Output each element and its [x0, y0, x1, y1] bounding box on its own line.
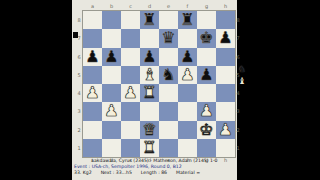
square-g1[interactable] — [197, 139, 216, 157]
square-a6[interactable]: ♟ — [83, 48, 102, 66]
square-a8[interactable] — [83, 11, 102, 29]
square-c1[interactable] — [121, 139, 140, 157]
white-pawn-h2[interactable]: ♟ — [218, 121, 232, 139]
square-f2[interactable] — [178, 121, 197, 139]
square-a7[interactable] — [83, 29, 102, 47]
white-pawn-c4[interactable]: ♟ — [123, 84, 137, 102]
coord-label: g — [197, 3, 216, 9]
square-h4[interactable] — [216, 84, 235, 102]
square-b1[interactable] — [102, 139, 121, 157]
square-b2[interactable] — [102, 121, 121, 139]
square-g6[interactable] — [197, 48, 216, 66]
players-line: Lakdawala, Cyrus (2345) - Matheson, Adam… — [72, 158, 237, 163]
coord-label: b — [102, 3, 121, 9]
white-queen-d2[interactable]: ♛ — [142, 121, 156, 139]
black-rook-d8[interactable]: ♜ — [142, 11, 156, 29]
square-f7[interactable] — [178, 29, 197, 47]
white-pawn-a4[interactable]: ♟ — [85, 84, 99, 102]
square-h3[interactable] — [216, 102, 235, 120]
square-g8[interactable] — [197, 11, 216, 29]
black-pawn-b6[interactable]: ♟ — [104, 48, 118, 66]
square-b7[interactable] — [102, 29, 121, 47]
chess-board[interactable]: ♜♜♛♚♟♟♟♟♟♝♞♟♟♟♟♜♟♟♛♚♟♜ — [82, 10, 236, 158]
square-h1[interactable] — [216, 139, 235, 157]
square-e2[interactable] — [159, 121, 178, 139]
status-line: 33. Kg2 Next : 33...h5 Length : 86 Mater… — [72, 170, 237, 175]
coord-label: a — [83, 3, 102, 9]
square-e1[interactable] — [159, 139, 178, 157]
square-f3[interactable] — [178, 102, 197, 120]
file-labels-top: abcdefgh — [83, 3, 235, 9]
black-pawn-d6[interactable]: ♟ — [142, 48, 156, 66]
square-h6[interactable] — [216, 48, 235, 66]
square-a2[interactable] — [83, 121, 102, 139]
square-d5[interactable]: ♝ — [140, 66, 159, 84]
square-b3[interactable]: ♟ — [102, 102, 121, 120]
material-label: Material = — [176, 170, 200, 175]
white-king-g2[interactable]: ♚ — [199, 121, 213, 139]
square-d1[interactable]: ♜ — [140, 139, 159, 157]
black-to-move-indicator — [73, 32, 78, 38]
square-e4[interactable] — [159, 84, 178, 102]
square-e6[interactable] — [159, 48, 178, 66]
square-a1[interactable] — [83, 139, 102, 157]
black-rook-f8[interactable]: ♜ — [180, 11, 194, 29]
black-king-g7[interactable]: ♚ — [199, 29, 213, 47]
material-tray: ♞ ♝ — [238, 64, 250, 86]
square-b4[interactable] — [102, 84, 121, 102]
square-c6[interactable] — [121, 48, 140, 66]
square-h8[interactable] — [216, 11, 235, 29]
square-f6[interactable]: ♟ — [178, 48, 197, 66]
square-d8[interactable]: ♜ — [140, 11, 159, 29]
square-b5[interactable] — [102, 66, 121, 84]
square-g2[interactable]: ♚ — [197, 121, 216, 139]
square-c5[interactable] — [121, 66, 140, 84]
next-move-label: Next : 33...h5 — [101, 170, 132, 175]
last-move-label: 33. Kg2 — [74, 170, 92, 175]
coord-label: h — [216, 3, 235, 9]
square-a5[interactable] — [83, 66, 102, 84]
square-f8[interactable]: ♜ — [178, 11, 197, 29]
square-h5[interactable] — [216, 66, 235, 84]
square-c8[interactable] — [121, 11, 140, 29]
square-g3[interactable]: ♟ — [197, 102, 216, 120]
caption-panel: Lakdawala, Cyrus (2345) - Matheson, Adam… — [72, 158, 237, 175]
square-g5[interactable]: ♟ — [197, 66, 216, 84]
square-c4[interactable]: ♟ — [121, 84, 140, 102]
square-c2[interactable] — [121, 121, 140, 139]
square-h7[interactable]: ♟ — [216, 29, 235, 47]
coord-label: f — [178, 3, 197, 9]
black-knight-icon: ♞ — [238, 64, 250, 74]
square-g7[interactable]: ♚ — [197, 29, 216, 47]
white-pawn-b3[interactable]: ♟ — [104, 102, 118, 120]
square-c3[interactable] — [121, 102, 140, 120]
white-bishop-d5[interactable]: ♝ — [142, 66, 156, 84]
square-g4[interactable] — [197, 84, 216, 102]
black-queen-e7[interactable]: ♛ — [161, 29, 175, 47]
square-d2[interactable]: ♛ — [140, 121, 159, 139]
square-h2[interactable]: ♟ — [216, 121, 235, 139]
square-e7[interactable]: ♛ — [159, 29, 178, 47]
length-label: Length : 86 — [141, 170, 167, 175]
square-c7[interactable] — [121, 29, 140, 47]
black-pawn-g5[interactable]: ♟ — [199, 66, 213, 84]
event-line: Event : USA-ch, Sempolter 1996, Round 0,… — [72, 164, 237, 169]
white-pawn-f5[interactable]: ♟ — [180, 66, 194, 84]
white-bishop-icon: ♝ — [238, 76, 250, 86]
square-f5[interactable]: ♟ — [178, 66, 197, 84]
square-f4[interactable] — [178, 84, 197, 102]
black-pawn-f6[interactable]: ♟ — [180, 48, 194, 66]
white-pawn-g3[interactable]: ♟ — [199, 102, 213, 120]
square-e5[interactable]: ♞ — [159, 66, 178, 84]
black-pawn-h7[interactable]: ♟ — [218, 29, 232, 47]
black-pawn-a6[interactable]: ♟ — [85, 48, 99, 66]
square-a3[interactable] — [83, 102, 102, 120]
square-d4[interactable]: ♜ — [140, 84, 159, 102]
white-rook-d4[interactable]: ♜ — [142, 84, 156, 102]
black-knight-e5[interactable]: ♞ — [161, 66, 175, 84]
square-b6[interactable]: ♟ — [102, 48, 121, 66]
square-e8[interactable] — [159, 11, 178, 29]
square-e3[interactable] — [159, 102, 178, 120]
screenshot-stage: abcdefgh abcdefgh 87654321 87654321 ♜♜♛♚… — [0, 0, 320, 180]
square-b8[interactable] — [102, 11, 121, 29]
square-f1[interactable] — [178, 139, 197, 157]
square-d3[interactable] — [140, 102, 159, 120]
white-rook-d1[interactable]: ♜ — [142, 139, 156, 157]
chess-app-window: abcdefgh abcdefgh 87654321 87654321 ♜♜♛♚… — [72, 0, 237, 180]
square-d7[interactable] — [140, 29, 159, 47]
coord-label: e — [159, 3, 178, 9]
coord-label: c — [121, 3, 140, 9]
square-d6[interactable]: ♟ — [140, 48, 159, 66]
coord-label: d — [140, 3, 159, 9]
square-a4[interactable]: ♟ — [83, 84, 102, 102]
